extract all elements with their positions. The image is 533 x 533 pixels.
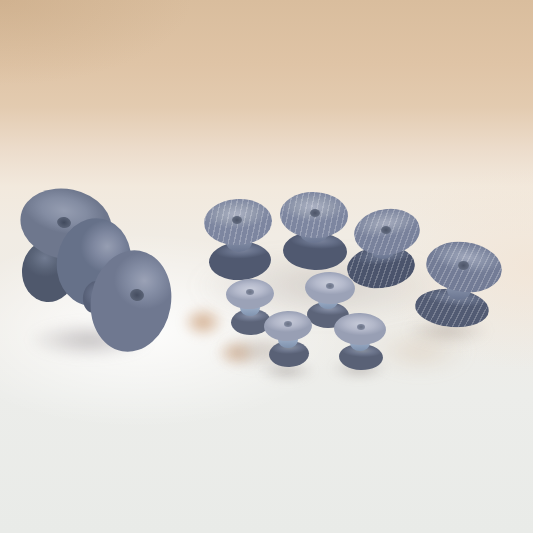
spool-hole bbox=[246, 289, 254, 295]
photo-canvas bbox=[0, 0, 533, 533]
warm-glow-right-of-small-row bbox=[372, 331, 468, 371]
spool-hole bbox=[357, 324, 365, 330]
spool-hole bbox=[232, 216, 242, 224]
warm-shadow-blob-a bbox=[182, 306, 224, 338]
spool-hole bbox=[284, 321, 292, 327]
spool-hole bbox=[381, 226, 391, 234]
spool-hole bbox=[326, 283, 334, 289]
spool-hole bbox=[458, 261, 469, 270]
spool-hole bbox=[310, 209, 320, 217]
